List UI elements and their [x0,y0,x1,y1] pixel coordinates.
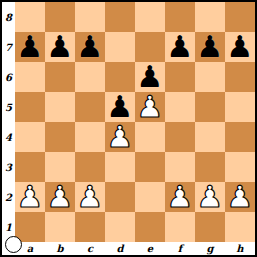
square-a2[interactable]: ♟ [15,182,45,212]
square-e7[interactable] [135,32,165,62]
white-to-move-indicator [5,236,22,253]
square-d2[interactable] [105,182,135,212]
black-pawn: ♟ [135,62,165,92]
rank-labels: 87654321 [2,2,15,242]
rank-label-8: 8 [2,2,15,32]
white-pawn: ♟ [15,182,45,212]
square-b3[interactable] [45,152,75,182]
file-labels: abcdefgh [15,242,255,254]
black-pawn: ♟ [45,32,75,62]
square-h6[interactable] [225,62,255,92]
white-pawn: ♟ [225,182,255,212]
file-label-b: b [45,242,75,254]
square-f8[interactable] [165,2,195,32]
black-pawn: ♟ [75,32,105,62]
square-f2[interactable]: ♟ [165,182,195,212]
white-pawn: ♟ [105,122,135,152]
black-pawn: ♟ [165,32,195,62]
square-b1[interactable] [45,212,75,242]
square-g6[interactable] [195,62,225,92]
square-g5[interactable] [195,92,225,122]
square-c5[interactable] [75,92,105,122]
square-b4[interactable] [45,122,75,152]
square-f4[interactable] [165,122,195,152]
square-a4[interactable] [15,122,45,152]
file-label-c: c [75,242,105,254]
rank-label-7: 7 [2,32,15,62]
square-e8[interactable] [135,2,165,32]
square-h7[interactable]: ♟ [225,32,255,62]
square-f3[interactable] [165,152,195,182]
rank-label-2: 2 [2,182,15,212]
square-b2[interactable]: ♟ [45,182,75,212]
square-c6[interactable] [75,62,105,92]
square-c8[interactable] [75,2,105,32]
square-d1[interactable] [105,212,135,242]
square-e2[interactable] [135,182,165,212]
rank-label-4: 4 [2,122,15,152]
square-g1[interactable] [195,212,225,242]
square-h3[interactable] [225,152,255,182]
black-pawn: ♟ [225,32,255,62]
square-e1[interactable] [135,212,165,242]
white-pawn: ♟ [195,182,225,212]
file-label-f: f [165,242,195,254]
rank-label-6: 6 [2,62,15,92]
file-label-d: d [105,242,135,254]
square-a7[interactable]: ♟ [15,32,45,62]
file-label-h: h [225,242,255,254]
square-e3[interactable] [135,152,165,182]
square-h4[interactable] [225,122,255,152]
square-e6[interactable]: ♟ [135,62,165,92]
square-a8[interactable] [15,2,45,32]
square-b7[interactable]: ♟ [45,32,75,62]
square-a3[interactable] [15,152,45,182]
square-g8[interactable] [195,2,225,32]
square-a6[interactable] [15,62,45,92]
square-h1[interactable] [225,212,255,242]
square-c3[interactable] [75,152,105,182]
square-b5[interactable] [45,92,75,122]
square-e4[interactable] [135,122,165,152]
square-f7[interactable]: ♟ [165,32,195,62]
square-g7[interactable]: ♟ [195,32,225,62]
chess-diagram: 87654321 ♟♟♟♟♟♟♟♟♟♟♟♟♟♟♟♟ abcdefgh [0,0,257,257]
rank-label-5: 5 [2,92,15,122]
square-d4[interactable]: ♟ [105,122,135,152]
square-a5[interactable] [15,92,45,122]
square-c1[interactable] [75,212,105,242]
white-pawn: ♟ [75,182,105,212]
black-pawn: ♟ [15,32,45,62]
square-f6[interactable] [165,62,195,92]
white-pawn: ♟ [135,92,165,122]
rank-label-3: 3 [2,152,15,182]
board: ♟♟♟♟♟♟♟♟♟♟♟♟♟♟♟♟ [15,2,255,242]
square-c7[interactable]: ♟ [75,32,105,62]
black-pawn: ♟ [195,32,225,62]
black-pawn: ♟ [105,92,135,122]
square-d8[interactable] [105,2,135,32]
square-f1[interactable] [165,212,195,242]
square-f5[interactable] [165,92,195,122]
square-h5[interactable] [225,92,255,122]
square-b6[interactable] [45,62,75,92]
file-label-g: g [195,242,225,254]
file-label-e: e [135,242,165,254]
square-d7[interactable] [105,32,135,62]
square-d3[interactable] [105,152,135,182]
square-g3[interactable] [195,152,225,182]
square-b8[interactable] [45,2,75,32]
white-pawn: ♟ [45,182,75,212]
square-c2[interactable]: ♟ [75,182,105,212]
white-pawn: ♟ [165,182,195,212]
square-g2[interactable]: ♟ [195,182,225,212]
square-h8[interactable] [225,2,255,32]
square-h2[interactable]: ♟ [225,182,255,212]
square-d6[interactable] [105,62,135,92]
square-e5[interactable]: ♟ [135,92,165,122]
square-c4[interactable] [75,122,105,152]
square-d5[interactable]: ♟ [105,92,135,122]
square-g4[interactable] [195,122,225,152]
